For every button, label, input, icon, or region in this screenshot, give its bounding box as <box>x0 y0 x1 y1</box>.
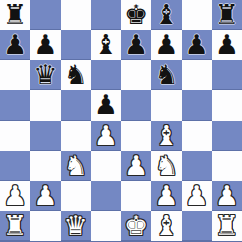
white-queen-piece[interactable]: ♛ <box>64 211 88 241</box>
square-c3[interactable]: ♞ <box>61 151 91 181</box>
square-a1[interactable]: ♜ <box>0 211 30 241</box>
square-h4[interactable] <box>212 121 242 151</box>
black-knight-piece[interactable]: ♞ <box>154 60 178 90</box>
black-bishop-piece[interactable]: ♝ <box>94 30 118 60</box>
square-g3[interactable] <box>182 151 212 181</box>
square-a2[interactable]: ♟ <box>0 181 30 211</box>
square-c7[interactable] <box>61 30 91 60</box>
square-b3[interactable] <box>30 151 60 181</box>
white-pawn-piece[interactable]: ♟ <box>215 181 239 211</box>
white-pawn-piece[interactable]: ♟ <box>3 181 27 211</box>
white-bishop-piece[interactable]: ♝ <box>154 121 178 151</box>
square-e2[interactable] <box>121 181 151 211</box>
square-e4[interactable] <box>121 121 151 151</box>
black-pawn-piece[interactable]: ♟ <box>94 90 118 120</box>
square-f8[interactable]: ♝ <box>151 0 181 30</box>
square-c1[interactable]: ♛ <box>61 211 91 241</box>
square-a4[interactable] <box>0 121 30 151</box>
square-d8[interactable] <box>91 0 121 30</box>
white-bishop-piece[interactable]: ♝ <box>154 211 178 241</box>
black-rook-piece[interactable]: ♜ <box>3 0 27 30</box>
square-f1[interactable]: ♝ <box>151 211 181 241</box>
white-knight-piece[interactable]: ♞ <box>154 151 178 181</box>
square-d1[interactable] <box>91 211 121 241</box>
square-g6[interactable] <box>182 60 212 90</box>
white-pawn-piece[interactable]: ♟ <box>185 181 209 211</box>
square-a8[interactable]: ♜ <box>0 0 30 30</box>
black-queen-piece[interactable]: ♛ <box>33 60 57 90</box>
square-c4[interactable] <box>61 121 91 151</box>
square-e8[interactable]: ♚ <box>121 0 151 30</box>
square-e6[interactable] <box>121 60 151 90</box>
white-pawn-piece[interactable]: ♟ <box>94 121 118 151</box>
square-g7[interactable]: ♟ <box>182 30 212 60</box>
square-e3[interactable]: ♟ <box>121 151 151 181</box>
square-h7[interactable]: ♟ <box>212 30 242 60</box>
square-a5[interactable] <box>0 90 30 120</box>
black-pawn-piece[interactable]: ♟ <box>154 30 178 60</box>
square-f3[interactable]: ♞ <box>151 151 181 181</box>
white-pawn-piece[interactable]: ♟ <box>154 181 178 211</box>
square-h2[interactable]: ♟ <box>212 181 242 211</box>
black-knight-piece[interactable]: ♞ <box>64 60 88 90</box>
black-pawn-piece[interactable]: ♟ <box>124 30 148 60</box>
chess-board: ♜♚♝♜♟♟♝♟♟♟♟♛♞♞♟♟♝♞♟♞♟♟♟♟♟♜♛♚♝♜ <box>0 0 242 242</box>
square-e5[interactable] <box>121 90 151 120</box>
square-g1[interactable] <box>182 211 212 241</box>
square-g2[interactable]: ♟ <box>182 181 212 211</box>
square-d3[interactable] <box>91 151 121 181</box>
white-king-piece[interactable]: ♚ <box>124 211 148 241</box>
white-pawn-piece[interactable]: ♟ <box>124 151 148 181</box>
square-h8[interactable]: ♜ <box>212 0 242 30</box>
square-c2[interactable] <box>61 181 91 211</box>
square-f6[interactable]: ♞ <box>151 60 181 90</box>
square-c6[interactable]: ♞ <box>61 60 91 90</box>
square-b2[interactable]: ♟ <box>30 181 60 211</box>
black-rook-piece[interactable]: ♜ <box>215 0 239 30</box>
square-f4[interactable]: ♝ <box>151 121 181 151</box>
white-knight-piece[interactable]: ♞ <box>64 151 88 181</box>
square-b6[interactable]: ♛ <box>30 60 60 90</box>
black-pawn-piece[interactable]: ♟ <box>3 30 27 60</box>
white-rook-piece[interactable]: ♜ <box>215 211 239 241</box>
square-h1[interactable]: ♜ <box>212 211 242 241</box>
square-b4[interactable] <box>30 121 60 151</box>
square-h6[interactable] <box>212 60 242 90</box>
black-pawn-piece[interactable]: ♟ <box>215 30 239 60</box>
square-h5[interactable] <box>212 90 242 120</box>
square-b1[interactable] <box>30 211 60 241</box>
square-d2[interactable] <box>91 181 121 211</box>
square-b5[interactable] <box>30 90 60 120</box>
white-rook-piece[interactable]: ♜ <box>3 211 27 241</box>
square-g8[interactable] <box>182 0 212 30</box>
square-d5[interactable]: ♟ <box>91 90 121 120</box>
square-a7[interactable]: ♟ <box>0 30 30 60</box>
black-bishop-piece[interactable]: ♝ <box>154 0 178 30</box>
square-d7[interactable]: ♝ <box>91 30 121 60</box>
square-a6[interactable] <box>0 60 30 90</box>
black-king-piece[interactable]: ♚ <box>124 0 148 30</box>
square-a3[interactable] <box>0 151 30 181</box>
square-d4[interactable]: ♟ <box>91 121 121 151</box>
square-g5[interactable] <box>182 90 212 120</box>
black-pawn-piece[interactable]: ♟ <box>33 30 57 60</box>
square-c5[interactable] <box>61 90 91 120</box>
square-e1[interactable]: ♚ <box>121 211 151 241</box>
square-g4[interactable] <box>182 121 212 151</box>
square-b8[interactable] <box>30 0 60 30</box>
square-e7[interactable]: ♟ <box>121 30 151 60</box>
square-d6[interactable] <box>91 60 121 90</box>
square-c8[interactable] <box>61 0 91 30</box>
square-f7[interactable]: ♟ <box>151 30 181 60</box>
square-f5[interactable] <box>151 90 181 120</box>
black-pawn-piece[interactable]: ♟ <box>185 30 209 60</box>
white-pawn-piece[interactable]: ♟ <box>33 181 57 211</box>
square-h3[interactable] <box>212 151 242 181</box>
square-f2[interactable]: ♟ <box>151 181 181 211</box>
square-b7[interactable]: ♟ <box>30 30 60 60</box>
